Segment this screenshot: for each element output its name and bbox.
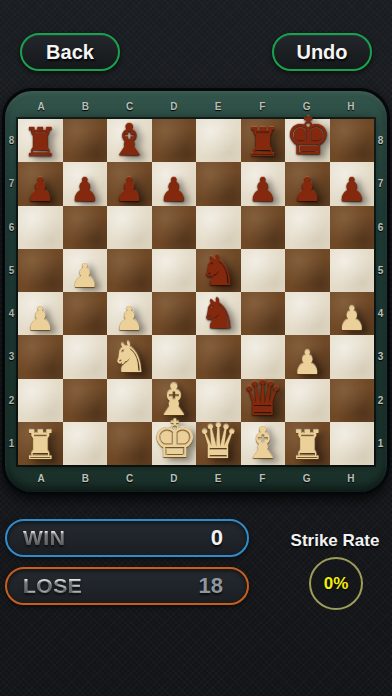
piece-white-pawn-a4[interactable]: ♟ bbox=[18, 302, 63, 335]
square-b7[interactable]: ♟ bbox=[63, 162, 108, 205]
piece-black-knight-e5[interactable]: ♞ bbox=[196, 250, 241, 292]
rank-label: 8 bbox=[5, 119, 18, 162]
square-c2[interactable] bbox=[107, 379, 152, 422]
file-label: E bbox=[196, 468, 240, 488]
rank-label: 8 bbox=[374, 119, 387, 162]
lose-stat: LOSE 18 bbox=[5, 567, 249, 605]
square-e4[interactable]: ♞ bbox=[196, 292, 241, 335]
back-button[interactable]: Back bbox=[20, 33, 120, 71]
square-c5[interactable] bbox=[107, 249, 152, 292]
square-h8[interactable] bbox=[330, 119, 375, 162]
piece-black-pawn-c7[interactable]: ♟ bbox=[107, 173, 152, 206]
square-g2[interactable] bbox=[285, 379, 330, 422]
piece-white-pawn-c4[interactable]: ♟ bbox=[107, 302, 152, 335]
square-f8[interactable]: ♜ bbox=[241, 119, 286, 162]
file-label: A bbox=[19, 468, 63, 488]
square-b8[interactable] bbox=[63, 119, 108, 162]
square-f7[interactable]: ♟ bbox=[241, 162, 286, 205]
square-g3[interactable]: ♟ bbox=[285, 335, 330, 378]
file-labels-bottom: ABCDEFGH bbox=[19, 468, 373, 488]
file-label: D bbox=[152, 468, 196, 488]
piece-white-knight-c3[interactable]: ♞ bbox=[107, 337, 152, 379]
square-g7[interactable]: ♟ bbox=[285, 162, 330, 205]
square-b4[interactable] bbox=[63, 292, 108, 335]
piece-black-rook-f8[interactable]: ♜ bbox=[241, 122, 286, 162]
square-g4[interactable] bbox=[285, 292, 330, 335]
square-e6[interactable] bbox=[196, 206, 241, 249]
square-h5[interactable] bbox=[330, 249, 375, 292]
square-f2[interactable]: ♛ bbox=[241, 379, 286, 422]
square-h1[interactable] bbox=[330, 422, 375, 465]
square-c7[interactable]: ♟ bbox=[107, 162, 152, 205]
square-h3[interactable] bbox=[330, 335, 375, 378]
square-e1[interactable]: ♛ bbox=[196, 422, 241, 465]
rank-labels-left: 87654321 bbox=[5, 119, 18, 465]
file-label: D bbox=[152, 96, 196, 116]
square-e8[interactable] bbox=[196, 119, 241, 162]
square-d4[interactable] bbox=[152, 292, 197, 335]
square-e7[interactable] bbox=[196, 162, 241, 205]
file-label: C bbox=[108, 468, 152, 488]
rank-label: 5 bbox=[374, 249, 387, 292]
piece-black-pawn-b7[interactable]: ♟ bbox=[63, 173, 108, 206]
square-d8[interactable] bbox=[152, 119, 197, 162]
strike-rate-label: Strike Rate bbox=[283, 531, 387, 551]
rank-label: 7 bbox=[374, 162, 387, 205]
rank-labels-right: 87654321 bbox=[374, 119, 387, 465]
file-label: F bbox=[240, 468, 284, 488]
file-label: H bbox=[329, 468, 373, 488]
piece-white-pawn-h4[interactable]: ♟ bbox=[330, 302, 375, 335]
chess-board: ABCDEFGH 87654321 ♜♝♜♚♟♟♟♟♟♟♟♟♞♟♟♞♟♞♟♝♛♜… bbox=[2, 88, 390, 495]
piece-black-queen-f2[interactable]: ♛ bbox=[241, 374, 286, 422]
piece-black-pawn-h7[interactable]: ♟ bbox=[330, 173, 375, 206]
square-g8[interactable]: ♚ bbox=[285, 119, 330, 162]
square-a2[interactable] bbox=[18, 379, 63, 422]
square-h6[interactable] bbox=[330, 206, 375, 249]
piece-white-bishop-f1[interactable]: ♝ bbox=[241, 421, 286, 465]
board-grid: ♜♝♜♚♟♟♟♟♟♟♟♟♞♟♟♞♟♞♟♝♛♜♚♛♝♜ bbox=[18, 119, 374, 465]
square-f4[interactable] bbox=[241, 292, 286, 335]
strike-rate-value: 0% bbox=[324, 574, 349, 594]
file-label: H bbox=[329, 96, 373, 116]
piece-white-pawn-b5[interactable]: ♟ bbox=[63, 259, 108, 292]
piece-black-pawn-a7[interactable]: ♟ bbox=[18, 173, 63, 206]
square-d1[interactable]: ♚ bbox=[152, 422, 197, 465]
square-b1[interactable] bbox=[63, 422, 108, 465]
rank-label: 6 bbox=[5, 206, 18, 249]
rank-label: 7 bbox=[5, 162, 18, 205]
square-f1[interactable]: ♝ bbox=[241, 422, 286, 465]
rank-label: 4 bbox=[5, 292, 18, 335]
win-stat: WIN 0 bbox=[5, 519, 249, 557]
square-h7[interactable]: ♟ bbox=[330, 162, 375, 205]
square-a7[interactable]: ♟ bbox=[18, 162, 63, 205]
square-c6[interactable] bbox=[107, 206, 152, 249]
square-g6[interactable] bbox=[285, 206, 330, 249]
file-label: F bbox=[240, 96, 284, 116]
square-c1[interactable] bbox=[107, 422, 152, 465]
square-h4[interactable]: ♟ bbox=[330, 292, 375, 335]
square-b5[interactable]: ♟ bbox=[63, 249, 108, 292]
rank-label: 6 bbox=[374, 206, 387, 249]
square-f6[interactable] bbox=[241, 206, 286, 249]
top-toolbar: Back Undo bbox=[0, 0, 392, 88]
square-b3[interactable] bbox=[63, 335, 108, 378]
square-h2[interactable] bbox=[330, 379, 375, 422]
square-d3[interactable] bbox=[152, 335, 197, 378]
file-label: C bbox=[108, 96, 152, 116]
rank-label: 4 bbox=[374, 292, 387, 335]
square-c4[interactable]: ♟ bbox=[107, 292, 152, 335]
rank-label: 3 bbox=[374, 335, 387, 378]
square-a8[interactable]: ♜ bbox=[18, 119, 63, 162]
piece-black-bishop-c8[interactable]: ♝ bbox=[107, 118, 152, 162]
rank-label: 3 bbox=[5, 335, 18, 378]
rank-label: 2 bbox=[374, 379, 387, 422]
square-a4[interactable]: ♟ bbox=[18, 292, 63, 335]
piece-black-pawn-d7[interactable]: ♟ bbox=[152, 173, 197, 206]
square-a1[interactable]: ♜ bbox=[18, 422, 63, 465]
file-label: B bbox=[63, 468, 107, 488]
square-b2[interactable] bbox=[63, 379, 108, 422]
square-c8[interactable]: ♝ bbox=[107, 119, 152, 162]
square-d7[interactable]: ♟ bbox=[152, 162, 197, 205]
piece-white-pawn-g3[interactable]: ♟ bbox=[285, 346, 330, 379]
square-b6[interactable] bbox=[63, 206, 108, 249]
lose-label: LOSE bbox=[23, 574, 82, 598]
piece-white-rook-g1[interactable]: ♜ bbox=[285, 425, 330, 465]
square-g5[interactable] bbox=[285, 249, 330, 292]
file-label: B bbox=[63, 96, 107, 116]
square-c3[interactable]: ♞ bbox=[107, 335, 152, 378]
file-label: A bbox=[19, 96, 63, 116]
piece-white-king-d1[interactable]: ♚ bbox=[152, 413, 197, 465]
piece-white-queen-e1[interactable]: ♛ bbox=[196, 417, 241, 465]
strike-rate-badge: 0% bbox=[309, 557, 363, 610]
square-a6[interactable] bbox=[18, 206, 63, 249]
file-label: G bbox=[285, 468, 329, 488]
square-e3[interactable] bbox=[196, 335, 241, 378]
square-d6[interactable] bbox=[152, 206, 197, 249]
win-label: WIN bbox=[23, 526, 65, 550]
square-f5[interactable] bbox=[241, 249, 286, 292]
square-e5[interactable]: ♞ bbox=[196, 249, 241, 292]
rank-label: 5 bbox=[5, 249, 18, 292]
piece-black-king-g8[interactable]: ♚ bbox=[285, 110, 330, 162]
rank-label: 1 bbox=[5, 422, 18, 465]
file-label: E bbox=[196, 96, 240, 116]
piece-white-rook-a1[interactable]: ♜ bbox=[18, 425, 63, 465]
square-d5[interactable] bbox=[152, 249, 197, 292]
rank-label: 1 bbox=[374, 422, 387, 465]
square-g1[interactable]: ♜ bbox=[285, 422, 330, 465]
piece-black-knight-e4[interactable]: ♞ bbox=[196, 293, 241, 335]
lose-value: 18 bbox=[199, 573, 223, 599]
undo-button[interactable]: Undo bbox=[272, 33, 372, 71]
piece-black-rook-a8[interactable]: ♜ bbox=[18, 122, 63, 162]
square-a5[interactable] bbox=[18, 249, 63, 292]
square-a3[interactable] bbox=[18, 335, 63, 378]
win-value: 0 bbox=[211, 525, 223, 551]
piece-black-pawn-f7[interactable]: ♟ bbox=[241, 173, 286, 206]
rank-label: 2 bbox=[5, 379, 18, 422]
piece-black-pawn-g7[interactable]: ♟ bbox=[285, 173, 330, 206]
